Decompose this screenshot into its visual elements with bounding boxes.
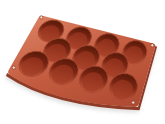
product-photo [0, 0, 165, 124]
corner-hole [12, 66, 15, 69]
mold-photo-svg [0, 0, 165, 124]
corner-hole [132, 101, 135, 104]
corner-hole [40, 16, 43, 19]
corner-hole [151, 44, 154, 47]
